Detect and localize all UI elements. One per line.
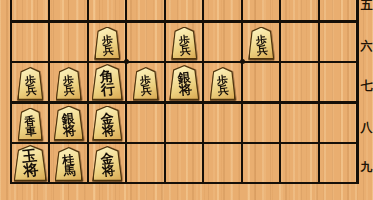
koma-face: 歩兵 — [250, 28, 273, 58]
piece-silver-8-8[interactable]: 銀将 — [54, 106, 84, 141]
kanji-char: 馬 — [63, 166, 76, 179]
kanji-char: 将 — [23, 163, 39, 179]
piece-pawn-7-6[interactable]: 歩兵 — [94, 27, 120, 60]
cell-7-5[interactable] — [89, 0, 126, 20]
kanji-char: 将 — [62, 124, 76, 138]
cell-8-6[interactable] — [51, 22, 88, 61]
cell-1-9[interactable] — [320, 144, 357, 183]
rank-label-7: 七 — [360, 79, 373, 93]
kanji-char: 兵 — [102, 45, 114, 57]
piece-lance-9-8[interactable]: 香車 — [18, 108, 43, 141]
cell-6-6[interactable] — [128, 22, 165, 61]
piece-pawn-4-7[interactable]: 歩兵 — [210, 67, 236, 100]
koma-face: 歩兵 — [57, 68, 80, 98]
hoshi-dot — [124, 59, 129, 64]
koma-face: 歩兵 — [96, 28, 119, 58]
rank-label-5: 五 — [360, 0, 373, 12]
piece-gold-7-9[interactable]: 金将 — [92, 146, 122, 181]
piece-pawn-9-7[interactable]: 歩兵 — [17, 67, 43, 100]
cell-6-8[interactable] — [128, 103, 165, 142]
rank-label-9: 九 — [360, 160, 373, 174]
koma-face: 桂馬 — [56, 148, 81, 179]
koma-face: 銀将 — [55, 107, 82, 139]
cell-1-5[interactable] — [320, 0, 357, 20]
cell-9-6[interactable] — [12, 22, 49, 61]
kanji-char: 兵 — [256, 45, 268, 57]
kanji-char: 将 — [101, 124, 115, 138]
kanji-char: 兵 — [141, 86, 153, 98]
cell-2-9[interactable] — [282, 144, 319, 183]
piece-pawn-3-6[interactable]: 歩兵 — [248, 27, 274, 60]
cell-1-8[interactable] — [320, 103, 357, 142]
shogi-screenshot: 歩兵歩兵歩兵歩兵歩兵角行歩兵銀将歩兵香車銀将金将玉将桂馬金将 五六七八九 — [0, 0, 373, 200]
cell-1-6[interactable] — [320, 22, 357, 61]
cell-2-5[interactable] — [282, 0, 319, 20]
cell-4-6[interactable] — [205, 22, 242, 61]
cell-2-7[interactable] — [282, 63, 319, 102]
koma-face: 玉将 — [15, 146, 45, 179]
cell-8-5[interactable] — [51, 0, 88, 20]
kanji-char: 将 — [178, 84, 192, 98]
koma-face: 歩兵 — [134, 68, 157, 98]
piece-pawn-5-6[interactable]: 歩兵 — [171, 27, 197, 60]
kanji-char: 行 — [100, 83, 115, 98]
cell-5-5[interactable] — [166, 0, 203, 20]
koma-face: 金将 — [94, 147, 121, 179]
piece-king-9-9[interactable]: 玉将 — [14, 145, 47, 181]
rank-label-8: 八 — [360, 120, 373, 134]
kanji-char: 車 — [25, 126, 37, 138]
cell-3-8[interactable] — [243, 103, 280, 142]
koma-face: 銀将 — [171, 66, 198, 98]
kanji-char: 兵 — [25, 86, 37, 98]
piece-pawn-6-7[interactable]: 歩兵 — [133, 67, 159, 100]
cell-3-5[interactable] — [243, 0, 280, 20]
kanji-char: 兵 — [64, 86, 76, 98]
cell-6-5[interactable] — [128, 0, 165, 20]
koma-face: 歩兵 — [173, 28, 196, 58]
rank-label-6: 六 — [360, 39, 373, 53]
cell-1-7[interactable] — [320, 63, 357, 102]
cell-2-8[interactable] — [282, 103, 319, 142]
koma-face: 香車 — [19, 109, 41, 139]
koma-face: 歩兵 — [19, 68, 42, 98]
kanji-char: 将 — [101, 165, 115, 179]
piece-pawn-8-7[interactable]: 歩兵 — [56, 67, 82, 100]
cell-4-8[interactable] — [205, 103, 242, 142]
koma-face: 歩兵 — [211, 68, 234, 98]
cell-2-6[interactable] — [282, 22, 319, 61]
cell-3-7[interactable] — [243, 63, 280, 102]
shogi-board: 歩兵歩兵歩兵歩兵歩兵角行歩兵銀将歩兵香車銀将金将玉将桂馬金将 — [10, 0, 359, 184]
piece-silver-5-7[interactable]: 銀将 — [169, 65, 199, 100]
koma-face: 金将 — [94, 107, 121, 139]
cell-4-5[interactable] — [205, 0, 242, 20]
cell-4-9[interactable] — [205, 144, 242, 183]
cell-9-5[interactable] — [12, 0, 49, 20]
kanji-char: 兵 — [218, 86, 230, 98]
koma-face: 角行 — [93, 65, 121, 98]
hoshi-dot — [240, 59, 245, 64]
piece-gold-7-8[interactable]: 金将 — [92, 106, 122, 141]
cell-5-8[interactable] — [166, 103, 203, 142]
kanji-char: 兵 — [179, 45, 191, 57]
cell-5-9[interactable] — [166, 144, 203, 183]
piece-knight-8-9[interactable]: 桂馬 — [55, 147, 83, 181]
cell-3-9[interactable] — [243, 144, 280, 183]
cell-6-9[interactable] — [128, 144, 165, 183]
piece-bishop-7-7[interactable]: 角行 — [92, 64, 123, 100]
